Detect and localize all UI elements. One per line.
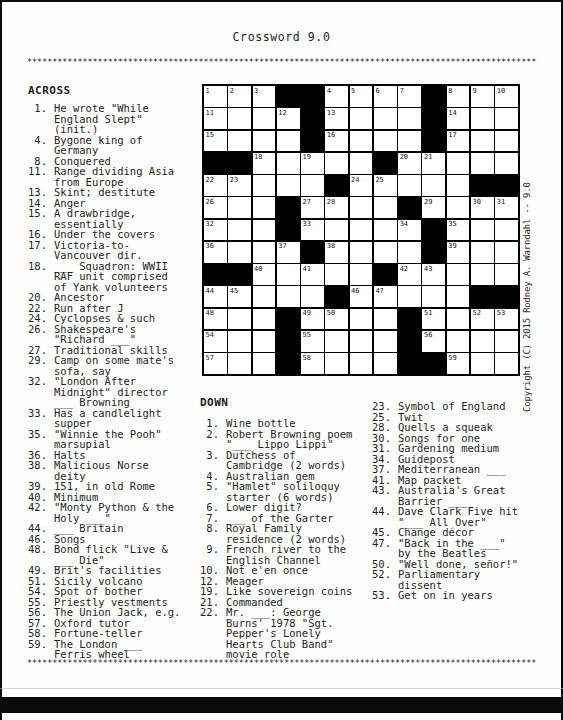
clue-number: 6. <box>200 502 219 513</box>
clue-item: 37.Mediterranean ___ <box>372 464 530 475</box>
clue-text: ___ Squadron: WWII RAF unit comprised of… <box>54 261 186 293</box>
grid-cell[interactable]: 7 <box>398 86 421 107</box>
cell-number: 44 <box>206 287 214 295</box>
cell-number: 26 <box>206 198 214 206</box>
grid-cell-black <box>301 108 324 129</box>
grid-cell[interactable]: 26 <box>204 197 227 218</box>
clue-item: 42."Monty Python & the Holy ___" <box>28 502 198 523</box>
cell-number: 46 <box>351 287 359 295</box>
grid-cell[interactable] <box>350 153 373 174</box>
clue-number: 16. <box>28 229 47 240</box>
grid-cell[interactable] <box>422 286 445 307</box>
grid-cell[interactable] <box>495 131 518 152</box>
grid-cell[interactable] <box>374 242 397 263</box>
grid-cell[interactable] <box>325 264 348 285</box>
grid-cell-black <box>277 309 300 330</box>
grid-cell[interactable] <box>350 108 373 129</box>
clue-number: 4. <box>28 135 47 156</box>
clue-item: 24.Cyclopses & such <box>28 313 198 324</box>
clue-number: 22. <box>200 607 219 660</box>
grid-cell[interactable] <box>325 353 348 374</box>
cell-number: 47 <box>375 287 383 295</box>
grid-cell[interactable] <box>277 286 300 307</box>
grid-cell-black <box>398 331 421 352</box>
cell-number: 14 <box>448 109 456 117</box>
grid-cell[interactable] <box>374 108 397 129</box>
cell-number: 49 <box>303 309 311 317</box>
grid-cell-black <box>422 131 445 152</box>
cell-number: 7 <box>400 87 404 95</box>
cell-number: 58 <box>303 354 311 362</box>
grid-cell[interactable] <box>374 331 397 352</box>
grid-cell[interactable] <box>374 309 397 330</box>
clue-text: Victoria-to- Vancouver dir. <box>54 240 186 261</box>
cell-number: 20 <box>400 153 408 161</box>
grid-cell[interactable] <box>277 153 300 174</box>
grid-cell[interactable] <box>398 131 421 152</box>
grid-cell[interactable]: 44 <box>204 286 227 307</box>
clue-number: 11. <box>28 166 47 187</box>
clue-number: 1. <box>200 418 219 429</box>
clue-number: 52. <box>372 569 391 590</box>
grid-cell[interactable]: 51 <box>422 309 445 330</box>
cell-number: 59 <box>448 354 456 362</box>
clue-text: ___ Britain <box>54 523 186 534</box>
grid-cell[interactable]: 23 <box>228 175 251 196</box>
grid-cell[interactable]: 33 <box>301 220 324 241</box>
cell-number: 35 <box>448 220 456 228</box>
grid-cell[interactable]: 47 <box>374 286 397 307</box>
grid-cell[interactable]: 25 <box>374 175 397 196</box>
clue-number: 49. <box>28 565 47 576</box>
grid-cell[interactable]: 30 <box>471 197 494 218</box>
crossword-grid: 1234567891011121314151617181920212223242… <box>202 84 520 376</box>
clue-text: Cyclopses & such <box>54 313 186 324</box>
grid-cell[interactable] <box>447 197 470 218</box>
grid-cell[interactable] <box>253 220 276 241</box>
grid-cell[interactable] <box>228 309 251 330</box>
grid-cell[interactable] <box>398 175 421 196</box>
clue-text: A drawbridge, essentially <box>54 208 186 229</box>
cell-number: 9 <box>472 87 476 95</box>
grid-cell[interactable]: 40 <box>253 264 276 285</box>
grid-cell[interactable]: 42 <box>398 264 421 285</box>
grid-cell[interactable] <box>253 331 276 352</box>
grid-cell[interactable] <box>228 131 251 152</box>
clue-number: 39. <box>28 481 47 492</box>
cell-number: 36 <box>206 242 214 250</box>
grid-cell[interactable] <box>253 286 276 307</box>
cell-number: 32 <box>206 220 214 228</box>
clue-text: Australia's Great Barrier ___ <box>398 485 521 506</box>
grid-cell[interactable] <box>325 331 348 352</box>
grid-cell[interactable] <box>228 108 251 129</box>
clue-item: 22.Mr. ___: George Burns' 1978 "Sgt. Pep… <box>200 607 364 660</box>
cell-number: 56 <box>424 331 432 339</box>
clue-text: Fortune-teller <box>54 628 186 639</box>
clue-number: 2. <box>200 429 219 450</box>
cell-number: 6 <box>375 87 379 95</box>
grid-cell[interactable]: 4 <box>325 86 348 107</box>
clue-number: 45. <box>372 527 391 538</box>
clue-number: 19. <box>200 586 219 597</box>
grid-cell-black <box>422 86 445 107</box>
grid-cell[interactable] <box>495 331 518 352</box>
cell-number: 17 <box>448 131 456 139</box>
clue-number: 15. <box>28 208 47 229</box>
down-header: DOWN <box>200 396 364 409</box>
grid-cell[interactable] <box>495 264 518 285</box>
grid-cell[interactable] <box>495 242 518 263</box>
clue-number: 33. <box>28 408 47 429</box>
grid-cell[interactable] <box>447 175 470 196</box>
clue-item: 56.The Union Jack, e.g. <box>28 607 198 618</box>
grid-cell[interactable] <box>253 242 276 263</box>
clue-number: 42. <box>28 502 47 523</box>
cell-number: 8 <box>448 87 452 95</box>
grid-cell[interactable]: 5 <box>350 86 373 107</box>
grid-cell[interactable] <box>325 220 348 241</box>
grid-cell[interactable] <box>471 331 494 352</box>
clue-item: 59.The London ___ Ferris wheel <box>28 639 198 660</box>
grid-cell[interactable]: 28 <box>325 197 348 218</box>
clue-number: 17. <box>28 240 47 261</box>
clue-text: Bygone king of Germany <box>54 135 186 156</box>
cell-number: 51 <box>424 309 432 317</box>
grid-cell[interactable] <box>253 108 276 129</box>
grid-cell[interactable]: 49 <box>301 309 324 330</box>
grid-cell[interactable]: 59 <box>447 353 470 374</box>
clue-text: Parliamentary dissent <box>398 569 521 590</box>
cell-number: 52 <box>472 309 480 317</box>
grid-cell[interactable]: 29 <box>422 197 445 218</box>
cell-number: 55 <box>303 331 311 339</box>
grid-cell[interactable] <box>228 353 251 374</box>
clue-item: 6.Lower digit? <box>200 502 364 513</box>
clue-text: Bond flick "Live & ___ Die" <box>54 544 186 565</box>
cell-number: 19 <box>303 153 311 161</box>
cell-number: 12 <box>278 109 286 117</box>
grid-cell-black <box>228 153 251 174</box>
cell-number: 3 <box>254 87 258 95</box>
grid-cell[interactable]: 17 <box>447 131 470 152</box>
grid-cell[interactable] <box>495 153 518 174</box>
grid-cell[interactable]: 8 <box>447 86 470 107</box>
grid-cell[interactable] <box>471 353 494 374</box>
clue-item: 15.A drawbridge, essentially <box>28 208 198 229</box>
grid-cell[interactable]: 10 <box>495 86 518 107</box>
grid-cell-black <box>204 264 227 285</box>
grid-cell[interactable] <box>277 264 300 285</box>
grid-cell[interactable]: 53 <box>495 309 518 330</box>
clue-number: 53. <box>372 590 391 601</box>
grid-cell[interactable] <box>447 153 470 174</box>
cell-number: 33 <box>303 220 311 228</box>
grid-cell[interactable] <box>495 220 518 241</box>
grid-cell-black <box>471 286 494 307</box>
clue-number: 28. <box>372 422 391 433</box>
grid-cell-black <box>471 175 494 196</box>
clue-number: 20. <box>28 292 47 303</box>
grid-cell-black <box>277 331 300 352</box>
grid-cell[interactable] <box>253 197 276 218</box>
grid-cell[interactable] <box>253 353 276 374</box>
clue-item: 18.___ Squadron: WWII RAF unit comprised… <box>28 261 198 293</box>
grid-cell[interactable]: 55 <box>301 331 324 352</box>
grid-cell[interactable]: 34 <box>398 220 421 241</box>
grid-cell[interactable]: 3 <box>253 86 276 107</box>
clue-item: 32."London After Midnight" director ___ … <box>28 376 198 408</box>
grid-cell[interactable] <box>350 197 373 218</box>
grid-cell[interactable] <box>447 309 470 330</box>
grid-cell[interactable]: 19 <box>301 153 324 174</box>
clue-text: Wine bottle <box>226 418 358 429</box>
grid-cell-black <box>277 197 300 218</box>
grid-cell[interactable]: 56 <box>422 331 445 352</box>
cell-number: 54 <box>206 331 214 339</box>
grid-cell[interactable]: 39 <box>447 242 470 263</box>
grid-cell[interactable]: 38 <box>325 242 348 263</box>
clue-text: Mediterranean ___ <box>398 464 521 475</box>
grid-cell[interactable]: 58 <box>301 353 324 374</box>
clue-number: 26. <box>28 324 47 345</box>
cell-number: 10 <box>497 87 505 95</box>
clue-item: 35."Winnie the Pooh" marsupial <box>28 429 198 450</box>
grid-cell[interactable] <box>350 353 373 374</box>
grid-cell[interactable]: 20 <box>398 153 421 174</box>
grid-cell[interactable] <box>471 264 494 285</box>
clue-item: 13.Skint; destitute <box>28 187 198 198</box>
cell-number: 40 <box>254 265 262 273</box>
grid-cell[interactable]: 27 <box>301 197 324 218</box>
grid-cell[interactable]: 48 <box>204 309 227 330</box>
grid-cell[interactable] <box>228 197 251 218</box>
grid-cell[interactable]: 18 <box>253 153 276 174</box>
grid-cell[interactable] <box>471 108 494 129</box>
grid-cell[interactable] <box>350 331 373 352</box>
clue-number: 13. <box>28 187 47 198</box>
clue-item: 26.Shakespeare's "Richard ___" <box>28 324 198 345</box>
clue-text: Mr. ___: George Burns' 1978 "Sgt. Pepper… <box>226 607 358 660</box>
clue-text: "Back in the ___" by the Beatles <box>398 538 521 559</box>
page-edge-top <box>0 0 563 2</box>
grid-cell[interactable] <box>253 175 276 196</box>
grid-cell[interactable] <box>325 153 348 174</box>
grid-cell[interactable] <box>398 242 421 263</box>
grid-cell[interactable]: 32 <box>204 220 227 241</box>
grid-cell-black <box>374 153 397 174</box>
clue-text: Dutchess of Cambridge (2 words) <box>226 450 358 471</box>
grid-cell[interactable]: 50 <box>325 309 348 330</box>
grid-cell[interactable]: 46 <box>350 286 373 307</box>
cell-number: 28 <box>327 198 335 206</box>
cell-number: 48 <box>206 309 214 317</box>
clue-text: Range dividing Asia from Europe <box>54 166 186 187</box>
down-clues-right-section: 23.Symbol of England25.Twit28.Quells a s… <box>372 401 530 601</box>
clue-text: Robert Browning poem "___ Lippo Lippi" <box>226 429 358 450</box>
grid-cell[interactable]: 36 <box>204 242 227 263</box>
grid-cell[interactable]: 37 <box>277 242 300 263</box>
clue-item: 19.Like sovereign coins <box>200 586 364 597</box>
grid-cell[interactable]: 24 <box>350 175 373 196</box>
grid-cell[interactable]: 43 <box>422 264 445 285</box>
clue-item: 2.Robert Browning poem "___ Lippo Lippi" <box>200 429 364 450</box>
grid-cell-black <box>325 286 348 307</box>
grid-cell[interactable]: 35 <box>447 220 470 241</box>
grid-cell[interactable] <box>350 264 373 285</box>
clue-item: 47."Back in the ___" by the Beatles <box>372 538 530 559</box>
clue-number: 44. <box>28 523 47 534</box>
separator-top: ****************************************… <box>27 57 537 67</box>
grid-cell[interactable]: 12 <box>277 108 300 129</box>
grid-cell[interactable]: 11 <box>204 108 227 129</box>
grid-cell[interactable] <box>253 131 276 152</box>
grid-cell[interactable] <box>398 108 421 129</box>
grid-cell[interactable] <box>447 286 470 307</box>
grid-cell[interactable] <box>495 353 518 374</box>
grid-cell[interactable] <box>471 242 494 263</box>
grid-cell[interactable]: 9 <box>471 86 494 107</box>
clue-text: Change décor <box>398 527 521 538</box>
grid-cell[interactable] <box>471 131 494 152</box>
grid-cell[interactable] <box>228 242 251 263</box>
clue-text: Get on in years <box>398 590 521 601</box>
across-header: ACROSS <box>28 84 198 97</box>
cell-number: 53 <box>497 309 505 317</box>
clue-number: 32. <box>28 376 47 408</box>
clue-number: 18. <box>28 261 47 293</box>
grid-cell[interactable] <box>374 220 397 241</box>
grid-cell[interactable] <box>350 220 373 241</box>
page-edge-left <box>0 0 2 720</box>
clue-number: 9. <box>200 544 219 565</box>
clue-number: 47. <box>372 538 391 559</box>
clue-text: The London ___ Ferris wheel <box>54 639 186 660</box>
clue-text: Symbol of England <box>398 401 521 412</box>
clue-item: 3.Dutchess of Cambridge (2 words) <box>200 450 364 471</box>
clue-item: 53.Get on in years <box>372 590 530 601</box>
clue-text: Like sovereign coins <box>226 586 358 597</box>
grid-cell-black <box>325 175 348 196</box>
grid-cell-black <box>301 131 324 152</box>
clue-item: 49.Brit's facilities <box>28 565 198 576</box>
clue-text: Malicious Norse deity <box>54 460 186 481</box>
separator-bottom: ****************************************… <box>27 658 537 668</box>
cell-number: 42 <box>400 265 408 273</box>
grid-cell-black <box>495 286 518 307</box>
grid-cell[interactable] <box>422 175 445 196</box>
clue-number: 23. <box>372 401 391 412</box>
grid-cell[interactable]: 2 <box>228 86 251 107</box>
grid-cell[interactable]: 52 <box>471 309 494 330</box>
grid-cell[interactable]: 16 <box>325 131 348 152</box>
grid-cell[interactable] <box>398 286 421 307</box>
clue-number: 3. <box>200 450 219 471</box>
grid-cell-black <box>398 197 421 218</box>
grid-cell[interactable] <box>301 286 324 307</box>
clue-text: Brit's facilities <box>54 565 186 576</box>
clue-item: 43.Australia's Great Barrier ___ <box>372 485 530 506</box>
cell-number: 37 <box>278 242 286 250</box>
grid-cell-black <box>495 175 518 196</box>
grid-cell[interactable] <box>277 175 300 196</box>
grid-cell[interactable]: 57 <box>204 353 227 374</box>
grid-cell[interactable]: 21 <box>422 153 445 174</box>
grid-cell[interactable]: 41 <box>301 264 324 285</box>
clue-text: Dave Clark Five hit "___ All Over" <box>398 506 521 527</box>
grid-cell[interactable] <box>447 331 470 352</box>
clue-number: 58. <box>28 628 47 639</box>
clue-item: 54.Spot of bother <box>28 586 198 597</box>
clue-number: 10. <box>200 565 219 576</box>
grid-cell[interactable] <box>301 175 324 196</box>
grid-cell[interactable] <box>350 242 373 263</box>
grid-cell[interactable]: 54 <box>204 331 227 352</box>
grid-cell[interactable]: 6 <box>374 86 397 107</box>
grid-cell[interactable]: 14 <box>447 108 470 129</box>
clue-number: 29. <box>28 355 47 376</box>
grid-cell[interactable]: 22 <box>204 175 227 196</box>
clue-item: 8.Royal Family residence (2 words) <box>200 523 364 544</box>
grid-cell[interactable] <box>228 331 251 352</box>
clue-item: 16.Under the covers <box>28 229 198 240</box>
clue-number: 48. <box>28 544 47 565</box>
cell-number: 16 <box>327 131 335 139</box>
grid-cell[interactable] <box>471 153 494 174</box>
clue-item: 1.He wrote "While England Slept" (init.) <box>28 103 198 135</box>
clue-text: "London After Midnight" director ___ Bro… <box>54 376 186 408</box>
grid-cell[interactable] <box>350 131 373 152</box>
cell-number: 27 <box>303 198 311 206</box>
clue-item: 33.Has a candlelight supper <box>28 408 198 429</box>
grid-cell[interactable]: 31 <box>495 197 518 218</box>
grid-cell[interactable]: 1 <box>204 86 227 107</box>
grid-cell[interactable]: 45 <box>228 286 251 307</box>
grid-cell[interactable] <box>253 309 276 330</box>
down-clue-list-left: 1.Wine bottle 2.Robert Browning poem "__… <box>200 418 364 660</box>
grid-cell[interactable] <box>374 131 397 152</box>
grid-cell[interactable]: 15 <box>204 131 227 152</box>
grid-cell[interactable]: 13 <box>325 108 348 129</box>
grid-cell[interactable] <box>228 220 251 241</box>
clue-text: Royal Family residence (2 words) <box>226 523 358 544</box>
grid-cell-black <box>422 108 445 129</box>
clue-text: Skint; destitute <box>54 187 186 198</box>
grid-cell[interactable] <box>374 197 397 218</box>
cell-number: 21 <box>424 153 432 161</box>
clue-text: The Union Jack, e.g. <box>54 607 186 618</box>
grid-cell[interactable] <box>495 108 518 129</box>
clue-text: "Winnie the Pooh" marsupial <box>54 429 186 450</box>
clue-item: 31.Gardening medium <box>372 443 530 454</box>
clue-item: 39.151, in old Rome <box>28 481 198 492</box>
grid-cell[interactable] <box>374 353 397 374</box>
cell-number: 34 <box>400 220 408 228</box>
grid-cell[interactable] <box>350 309 373 330</box>
clue-item: 4.Bygone king of Germany <box>28 135 198 156</box>
grid-cell-black <box>422 353 445 374</box>
clue-text: Under the covers <box>54 229 186 240</box>
clue-text: Spot of bother <box>54 586 186 597</box>
cell-number: 15 <box>206 131 214 139</box>
grid-cell[interactable] <box>447 264 470 285</box>
grid-cell-black <box>277 220 300 241</box>
clue-number: 5. <box>200 481 219 502</box>
grid-cell[interactable] <box>277 131 300 152</box>
page-title: Crossword 9.0 <box>0 30 563 44</box>
grid-cell[interactable] <box>471 220 494 241</box>
clue-text: "Hamlet" soliloquy starter (6 words) <box>226 481 358 502</box>
